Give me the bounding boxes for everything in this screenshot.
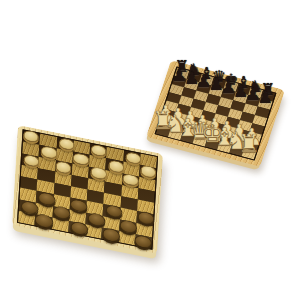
checkers-square-g1 — [118, 231, 135, 246]
checkers-square-c1 — [51, 217, 68, 232]
product-photo: ♜♞♝♛♚♝♞♜♟♟♟♟♟♟♟♟♟♟♟♟♟♟♟♟♜♞♝♛♚♝♞♜ — [0, 0, 300, 300]
chess-board — [146, 60, 285, 167]
chess-square-h1 — [242, 148, 257, 160]
checkers-board — [12, 125, 163, 254]
chess-grid — [155, 67, 277, 161]
